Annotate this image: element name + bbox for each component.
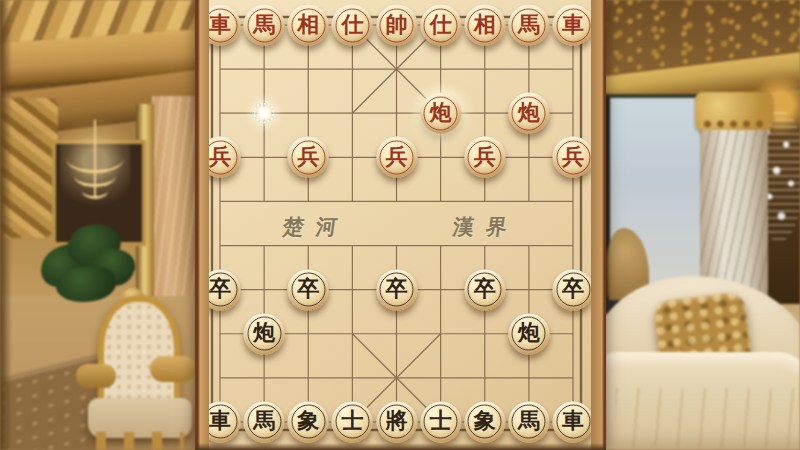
piece-black-士[interactable]: 士: [332, 401, 373, 442]
board-frame-right: [591, 0, 606, 450]
piece-black-士[interactable]: 士: [420, 401, 461, 442]
piece-red-兵[interactable]: 兵: [376, 137, 417, 178]
piece-character: 馬: [518, 410, 540, 432]
piece-character: 炮: [518, 101, 540, 123]
piece-black-卒[interactable]: 卒: [288, 269, 329, 310]
piece-character: 象: [474, 410, 496, 432]
piece-character: 帥: [386, 13, 408, 35]
piece-black-將[interactable]: 將: [376, 401, 417, 442]
piece-black-馬[interactable]: 馬: [508, 401, 549, 442]
piece-character: 將: [386, 410, 408, 432]
piece-character: 象: [297, 410, 319, 432]
river-label-left: 楚河: [281, 213, 351, 241]
piece-character: 馬: [253, 13, 275, 35]
piece-character: 卒: [386, 278, 408, 300]
xiangqi-board[interactable]: 楚河 漢界 車馬相仕帥仕相馬車炮炮兵兵兵兵兵卒卒卒卒卒炮炮車馬象士將士象馬車: [195, 0, 606, 450]
piece-red-馬[interactable]: 馬: [508, 5, 549, 46]
board-grid: [195, 0, 606, 450]
piece-character: 兵: [474, 145, 496, 167]
potted-plant: [40, 218, 134, 308]
screenshot-root: 楚河 漢界 車馬相仕帥仕相馬車炮炮兵兵兵兵兵卒卒卒卒卒炮炮車馬象士將士象馬車: [0, 0, 800, 450]
piece-character: 兵: [386, 145, 408, 167]
piece-red-相[interactable]: 相: [288, 5, 329, 46]
shadow-edge: [0, 0, 12, 450]
board-frame-left: [195, 0, 209, 450]
piece-black-炮[interactable]: 炮: [508, 313, 549, 354]
room-background-left: [0, 0, 196, 450]
piece-character: 卒: [209, 278, 231, 300]
piece-red-兵[interactable]: 兵: [464, 137, 505, 178]
piece-red-仕[interactable]: 仕: [420, 5, 461, 46]
piece-red-兵[interactable]: 兵: [553, 137, 594, 178]
piece-character: 炮: [518, 322, 540, 344]
piece-character: 兵: [562, 145, 584, 167]
piece-character: 士: [341, 410, 363, 432]
piece-character: 相: [474, 13, 496, 35]
piece-black-卒[interactable]: 卒: [376, 269, 417, 310]
armchair-arm: [76, 364, 116, 388]
piece-character: 兵: [297, 145, 319, 167]
piece-character: 車: [209, 410, 231, 432]
piece-red-仕[interactable]: 仕: [332, 5, 373, 46]
piece-black-象[interactable]: 象: [288, 401, 329, 442]
piece-black-馬[interactable]: 馬: [244, 401, 285, 442]
piece-character: 車: [562, 410, 584, 432]
piece-red-馬[interactable]: 馬: [244, 5, 285, 46]
piece-character: 炮: [253, 322, 275, 344]
piece-character: 仕: [430, 13, 452, 35]
piece-red-炮[interactable]: 炮: [420, 93, 461, 134]
armchair-arm: [150, 356, 196, 382]
piece-red-帥[interactable]: 帥: [376, 5, 417, 46]
piece-black-象[interactable]: 象: [464, 401, 505, 442]
piece-character: 相: [297, 13, 319, 35]
piece-character: 炮: [430, 101, 452, 123]
piece-character: 仕: [341, 13, 363, 35]
piece-red-車[interactable]: 車: [553, 5, 594, 46]
sofa-folds: [615, 388, 800, 448]
piece-black-車[interactable]: 車: [553, 401, 594, 442]
piece-character: 兵: [209, 145, 231, 167]
piece-red-相[interactable]: 相: [464, 5, 505, 46]
piece-red-兵[interactable]: 兵: [288, 137, 329, 178]
river-label-right: 漢界: [451, 213, 521, 241]
piece-character: 馬: [518, 13, 540, 35]
board-frame-bottom: [195, 443, 606, 450]
piece-character: 卒: [562, 278, 584, 300]
piece-character: 車: [562, 13, 584, 35]
piece-character: 車: [209, 13, 231, 35]
armchair-legs: [96, 432, 184, 450]
piece-black-炮[interactable]: 炮: [244, 313, 285, 354]
piece-black-卒[interactable]: 卒: [464, 269, 505, 310]
room-background-right: [605, 0, 800, 450]
piece-character: 士: [430, 410, 452, 432]
piece-character: 卒: [474, 278, 496, 300]
piece-red-炮[interactable]: 炮: [508, 93, 549, 134]
piece-character: 卒: [297, 278, 319, 300]
piece-black-卒[interactable]: 卒: [553, 269, 594, 310]
piece-character: 馬: [253, 410, 275, 432]
last-move-origin-marker: [254, 103, 275, 124]
chandelier-icon: [60, 116, 130, 216]
